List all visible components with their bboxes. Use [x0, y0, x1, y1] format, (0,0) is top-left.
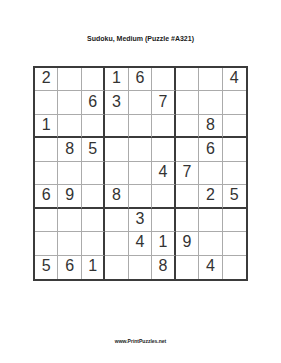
cell-r6c8[interactable]: 2: [199, 185, 222, 208]
cell-r7c7[interactable]: [176, 209, 199, 232]
cell-r8c9[interactable]: [223, 232, 246, 255]
cell-r1c3[interactable]: [82, 68, 105, 91]
cell-r2c8[interactable]: [199, 91, 222, 114]
cell-r2c5[interactable]: [129, 91, 152, 114]
cell-r2c1[interactable]: [35, 91, 58, 114]
cell-r3c1[interactable]: 1: [35, 115, 58, 138]
cell-r4c8[interactable]: 6: [199, 138, 222, 161]
cell-r6c7[interactable]: [176, 185, 199, 208]
footer-url: www.PrintPuzzles.net: [0, 338, 281, 344]
cell-r9c7[interactable]: [176, 256, 199, 279]
cell-r1c6[interactable]: [152, 68, 175, 91]
cell-r3c3[interactable]: [82, 115, 105, 138]
cell-r9c3[interactable]: 1: [82, 256, 105, 279]
cell-r2c6[interactable]: 7: [152, 91, 175, 114]
cell-r2c3[interactable]: 6: [82, 91, 105, 114]
cell-r8c2[interactable]: [58, 232, 81, 255]
cell-r3c5[interactable]: [129, 115, 152, 138]
cell-r7c1[interactable]: [35, 209, 58, 232]
cell-r4c4[interactable]: [105, 138, 128, 161]
cell-r9c8[interactable]: 4: [199, 256, 222, 279]
sudoku-board: 2164637188564769825341956184: [33, 66, 248, 281]
cell-r3c7[interactable]: [176, 115, 199, 138]
cell-r3c6[interactable]: [152, 115, 175, 138]
cell-r8c3[interactable]: [82, 232, 105, 255]
cell-r1c9[interactable]: 4: [223, 68, 246, 91]
cell-r4c3[interactable]: 5: [82, 138, 105, 161]
cell-r4c6[interactable]: [152, 138, 175, 161]
cell-r6c4[interactable]: 8: [105, 185, 128, 208]
cell-r8c7[interactable]: 9: [176, 232, 199, 255]
cell-r6c2[interactable]: 9: [58, 185, 81, 208]
cell-r2c2[interactable]: [58, 91, 81, 114]
cell-r3c8[interactable]: 8: [199, 115, 222, 138]
cell-r5c9[interactable]: [223, 162, 246, 185]
cell-r5c1[interactable]: [35, 162, 58, 185]
cell-r9c4[interactable]: [105, 256, 128, 279]
cell-r5c4[interactable]: [105, 162, 128, 185]
cell-r7c4[interactable]: [105, 209, 128, 232]
cell-r9c5[interactable]: [129, 256, 152, 279]
cell-r6c1[interactable]: 6: [35, 185, 58, 208]
puzzle-page: Sudoku, Medium (Puzzle #A321) 2164637188…: [0, 0, 281, 363]
cell-r5c6[interactable]: 4: [152, 162, 175, 185]
cell-r5c7[interactable]: 7: [176, 162, 199, 185]
cell-r4c5[interactable]: [129, 138, 152, 161]
cell-r8c1[interactable]: [35, 232, 58, 255]
cell-r8c6[interactable]: 1: [152, 232, 175, 255]
cell-r4c9[interactable]: [223, 138, 246, 161]
cell-r7c2[interactable]: [58, 209, 81, 232]
cell-r5c8[interactable]: [199, 162, 222, 185]
cell-r1c5[interactable]: 6: [129, 68, 152, 91]
cell-r1c2[interactable]: [58, 68, 81, 91]
cell-r2c7[interactable]: [176, 91, 199, 114]
cell-r6c3[interactable]: [82, 185, 105, 208]
cell-r2c4[interactable]: 3: [105, 91, 128, 114]
cell-r9c6[interactable]: 8: [152, 256, 175, 279]
cell-r3c2[interactable]: [58, 115, 81, 138]
cell-r1c1[interactable]: 2: [35, 68, 58, 91]
cell-r9c9[interactable]: [223, 256, 246, 279]
cell-r9c2[interactable]: 6: [58, 256, 81, 279]
cell-r4c7[interactable]: [176, 138, 199, 161]
cell-r1c7[interactable]: [176, 68, 199, 91]
cell-r9c1[interactable]: 5: [35, 256, 58, 279]
cell-r7c8[interactable]: [199, 209, 222, 232]
cell-r4c2[interactable]: 8: [58, 138, 81, 161]
cell-r5c3[interactable]: [82, 162, 105, 185]
cell-r3c4[interactable]: [105, 115, 128, 138]
cell-r7c9[interactable]: [223, 209, 246, 232]
cell-r8c5[interactable]: 4: [129, 232, 152, 255]
cell-r7c6[interactable]: [152, 209, 175, 232]
cell-r4c1[interactable]: [35, 138, 58, 161]
cell-r7c3[interactable]: [82, 209, 105, 232]
puzzle-title: Sudoku, Medium (Puzzle #A321): [0, 35, 281, 42]
cell-r7c5[interactable]: 3: [129, 209, 152, 232]
cell-r1c4[interactable]: 1: [105, 68, 128, 91]
cell-r6c5[interactable]: [129, 185, 152, 208]
cell-r8c4[interactable]: [105, 232, 128, 255]
cell-r5c2[interactable]: [58, 162, 81, 185]
cell-r5c5[interactable]: [129, 162, 152, 185]
cell-r3c9[interactable]: [223, 115, 246, 138]
cell-r6c9[interactable]: 5: [223, 185, 246, 208]
cell-r8c8[interactable]: [199, 232, 222, 255]
cell-r2c9[interactable]: [223, 91, 246, 114]
cell-r1c8[interactable]: [199, 68, 222, 91]
cell-r6c6[interactable]: [152, 185, 175, 208]
